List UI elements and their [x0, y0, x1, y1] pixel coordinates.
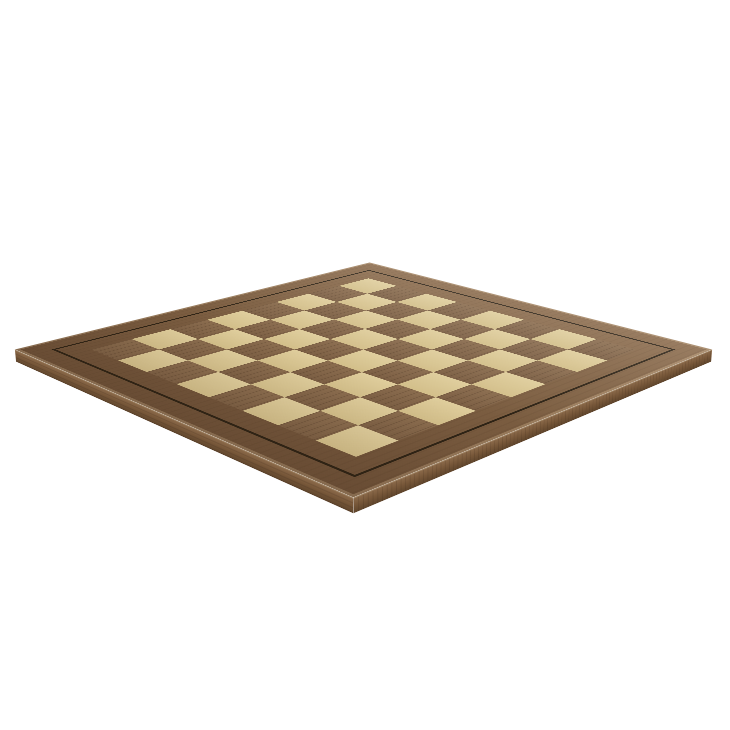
square-h3 [398, 397, 476, 425]
square-g6 [467, 349, 537, 372]
square-h7 [537, 349, 607, 372]
square-g5 [434, 360, 506, 384]
square-h2 [358, 410, 438, 440]
square-g2 [320, 397, 398, 425]
square-e4 [328, 349, 398, 372]
square-e1 [209, 384, 285, 410]
square-f4 [362, 360, 434, 384]
square-d1 [177, 372, 251, 397]
chessboard-product-photo [0, 0, 730, 730]
square-h1 [316, 425, 399, 457]
square-b1 [118, 349, 188, 372]
square-g4 [398, 372, 472, 397]
chessboard [15, 262, 712, 497]
square-f2 [284, 384, 360, 410]
square-d2 [219, 360, 291, 384]
square-e2 [251, 372, 325, 397]
square-g1 [278, 410, 358, 440]
square-g3 [360, 384, 436, 410]
square-e3 [290, 360, 362, 384]
square-f1 [242, 397, 320, 425]
square-h4 [436, 384, 512, 410]
square-c1 [147, 360, 219, 384]
square-h6 [505, 360, 577, 384]
square-c2 [188, 349, 258, 372]
square-d3 [258, 349, 328, 372]
square-f3 [324, 372, 398, 397]
square-h5 [472, 372, 546, 397]
board-top-surface [15, 262, 712, 497]
square-f5 [398, 349, 468, 372]
